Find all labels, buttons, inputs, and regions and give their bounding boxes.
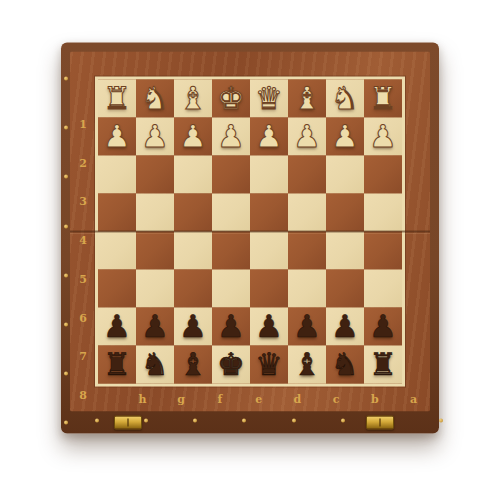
square-e3[interactable]	[212, 156, 250, 194]
piece-white-pawn[interactable]: ♟	[255, 120, 283, 151]
gold-inlay-dot	[64, 273, 68, 277]
rank-labels: 12345678	[75, 105, 91, 415]
piece-black-pawn[interactable]: ♟	[369, 310, 397, 341]
gold-inlay-dot	[341, 419, 345, 423]
piece-black-pawn[interactable]: ♟	[103, 310, 131, 341]
gold-inlay-dot	[64, 126, 68, 130]
file-label-e: e	[239, 391, 278, 408]
piece-white-bishop[interactable]: ♝	[179, 82, 207, 113]
rank-label-6: 6	[75, 298, 91, 337]
piece-black-pawn[interactable]: ♟	[331, 310, 359, 341]
square-d3[interactable]	[250, 156, 288, 194]
piece-black-pawn[interactable]: ♟	[255, 310, 283, 341]
square-e7[interactable]: ♟	[212, 308, 250, 346]
square-c3[interactable]	[288, 156, 326, 194]
rank-label-3: 3	[75, 182, 91, 221]
piece-white-pawn[interactable]: ♟	[331, 120, 359, 151]
square-c4[interactable]	[288, 194, 326, 232]
brass-latch-icon	[114, 416, 142, 430]
square-g3[interactable]	[136, 156, 174, 194]
piece-black-knight[interactable]: ♞	[331, 348, 359, 379]
square-e2[interactable]: ♟	[212, 118, 250, 156]
square-d8[interactable]: ♛	[250, 346, 288, 384]
square-b4[interactable]	[326, 194, 364, 232]
square-f4[interactable]	[174, 194, 212, 232]
square-h2[interactable]: ♟	[98, 118, 136, 156]
square-b1[interactable]: ♞	[326, 80, 364, 118]
square-h1[interactable]: ♜	[98, 80, 136, 118]
square-b8[interactable]: ♞	[326, 346, 364, 384]
chess-set: 12345678 hgfedcba ♜♞♝♚♛♝♞♜♟♟♟♟♟♟♟♟♟♟♟♟♟♟…	[61, 43, 439, 434]
square-f5[interactable]	[174, 232, 212, 270]
piece-white-pawn[interactable]: ♟	[141, 120, 169, 151]
file-label-a: a	[394, 391, 433, 408]
square-e1[interactable]: ♚	[212, 80, 250, 118]
square-g5[interactable]	[136, 232, 174, 270]
square-h6[interactable]	[98, 270, 136, 308]
square-f6[interactable]	[174, 270, 212, 308]
square-f7[interactable]: ♟	[174, 308, 212, 346]
rank-label-2: 2	[75, 143, 91, 182]
square-c7[interactable]: ♟	[288, 308, 326, 346]
gold-inlay-dot	[64, 371, 68, 375]
square-d4[interactable]	[250, 194, 288, 232]
square-a7[interactable]: ♟	[364, 308, 402, 346]
file-label-c: c	[317, 391, 356, 408]
piece-white-queen[interactable]: ♛	[255, 82, 283, 113]
square-d2[interactable]: ♟	[250, 118, 288, 156]
square-h4[interactable]	[98, 194, 136, 232]
square-f1[interactable]: ♝	[174, 80, 212, 118]
square-e6[interactable]	[212, 270, 250, 308]
square-f2[interactable]: ♟	[174, 118, 212, 156]
file-label-f: f	[201, 391, 240, 408]
square-h8[interactable]: ♜	[98, 346, 136, 384]
square-g6[interactable]	[136, 270, 174, 308]
piece-white-pawn[interactable]: ♟	[217, 120, 245, 151]
gold-inlay-dot	[439, 419, 443, 423]
file-labels: hgfedcba	[123, 391, 433, 408]
piece-black-bishop[interactable]: ♝	[293, 348, 321, 379]
brass-latch-icon	[366, 416, 394, 430]
rank-label-7: 7	[75, 337, 91, 376]
square-g2[interactable]: ♟	[136, 118, 174, 156]
piece-white-bishop[interactable]: ♝	[293, 82, 321, 113]
piece-white-pawn[interactable]: ♟	[293, 120, 321, 151]
file-label-b: b	[356, 391, 395, 408]
board-box: 12345678 hgfedcba ♜♞♝♚♛♝♞♜♟♟♟♟♟♟♟♟♟♟♟♟♟♟…	[61, 43, 439, 434]
gold-inlay-dot	[193, 419, 197, 423]
gold-inlay-dots-left	[64, 77, 68, 425]
square-a4[interactable]	[364, 194, 402, 232]
gold-inlay-dot	[242, 419, 246, 423]
square-f8[interactable]: ♝	[174, 346, 212, 384]
piece-black-king[interactable]: ♚	[217, 348, 245, 379]
square-h7[interactable]: ♟	[98, 308, 136, 346]
piece-black-bishop[interactable]: ♝	[179, 348, 207, 379]
square-d1[interactable]: ♛	[250, 80, 288, 118]
piece-black-rook[interactable]: ♜	[103, 348, 131, 379]
square-c8[interactable]: ♝	[288, 346, 326, 384]
square-c5[interactable]	[288, 232, 326, 270]
gold-inlay-dot	[95, 419, 99, 423]
piece-black-knight[interactable]: ♞	[141, 348, 169, 379]
square-c1[interactable]: ♝	[288, 80, 326, 118]
gold-inlay-dot	[64, 421, 68, 425]
square-c6[interactable]	[288, 270, 326, 308]
square-e5[interactable]	[212, 232, 250, 270]
piece-black-rook[interactable]: ♜	[369, 348, 397, 379]
piece-black-pawn[interactable]: ♟	[217, 310, 245, 341]
square-h5[interactable]	[98, 232, 136, 270]
square-b5[interactable]	[326, 232, 364, 270]
square-e8[interactable]: ♚	[212, 346, 250, 384]
piece-black-queen[interactable]: ♛	[255, 348, 283, 379]
square-a1[interactable]: ♜	[364, 80, 402, 118]
piece-white-rook[interactable]: ♜	[103, 82, 131, 113]
file-label-h: h	[123, 391, 162, 408]
square-b2[interactable]: ♟	[326, 118, 364, 156]
square-a3[interactable]	[364, 156, 402, 194]
piece-white-knight[interactable]: ♞	[141, 82, 169, 113]
rank-label-5: 5	[75, 260, 91, 299]
piece-white-rook[interactable]: ♜	[369, 82, 397, 113]
square-a6[interactable]	[364, 270, 402, 308]
square-e4[interactable]	[212, 194, 250, 232]
square-d6[interactable]	[250, 270, 288, 308]
square-b6[interactable]	[326, 270, 364, 308]
rank-label-1: 1	[75, 105, 91, 144]
square-b7[interactable]: ♟	[326, 308, 364, 346]
piece-white-pawn[interactable]: ♟	[179, 120, 207, 151]
piece-white-knight[interactable]: ♞	[331, 82, 359, 113]
square-a8[interactable]: ♜	[364, 346, 402, 384]
square-d5[interactable]	[250, 232, 288, 270]
gold-inlay-dot	[144, 419, 148, 423]
square-g8[interactable]: ♞	[136, 346, 174, 384]
piece-black-pawn[interactable]: ♟	[179, 310, 207, 341]
square-g4[interactable]	[136, 194, 174, 232]
piece-white-pawn[interactable]: ♟	[369, 120, 397, 151]
gold-inlay-dot	[64, 224, 68, 228]
gold-inlay-dot	[292, 419, 296, 423]
gold-inlay-dot	[64, 322, 68, 326]
square-a5[interactable]	[364, 232, 402, 270]
fold-seam	[70, 231, 430, 233]
square-f3[interactable]	[174, 156, 212, 194]
board-frame: 12345678 hgfedcba ♜♞♝♚♛♝♞♜♟♟♟♟♟♟♟♟♟♟♟♟♟♟…	[70, 52, 430, 412]
rank-label-8: 8	[75, 376, 91, 415]
file-label-g: g	[162, 391, 201, 408]
piece-black-pawn[interactable]: ♟	[293, 310, 321, 341]
square-a2[interactable]: ♟	[364, 118, 402, 156]
piece-white-king[interactable]: ♚	[217, 82, 245, 113]
square-h3[interactable]	[98, 156, 136, 194]
piece-white-pawn[interactable]: ♟	[103, 120, 131, 151]
square-g1[interactable]: ♞	[136, 80, 174, 118]
rank-label-4: 4	[75, 221, 91, 260]
piece-black-pawn[interactable]: ♟	[141, 310, 169, 341]
gold-inlay-dot	[64, 77, 68, 81]
file-label-d: d	[278, 391, 317, 408]
square-b3[interactable]	[326, 156, 364, 194]
square-g7[interactable]: ♟	[136, 308, 174, 346]
square-c2[interactable]: ♟	[288, 118, 326, 156]
gold-inlay-dot	[64, 175, 68, 179]
square-d7[interactable]: ♟	[250, 308, 288, 346]
